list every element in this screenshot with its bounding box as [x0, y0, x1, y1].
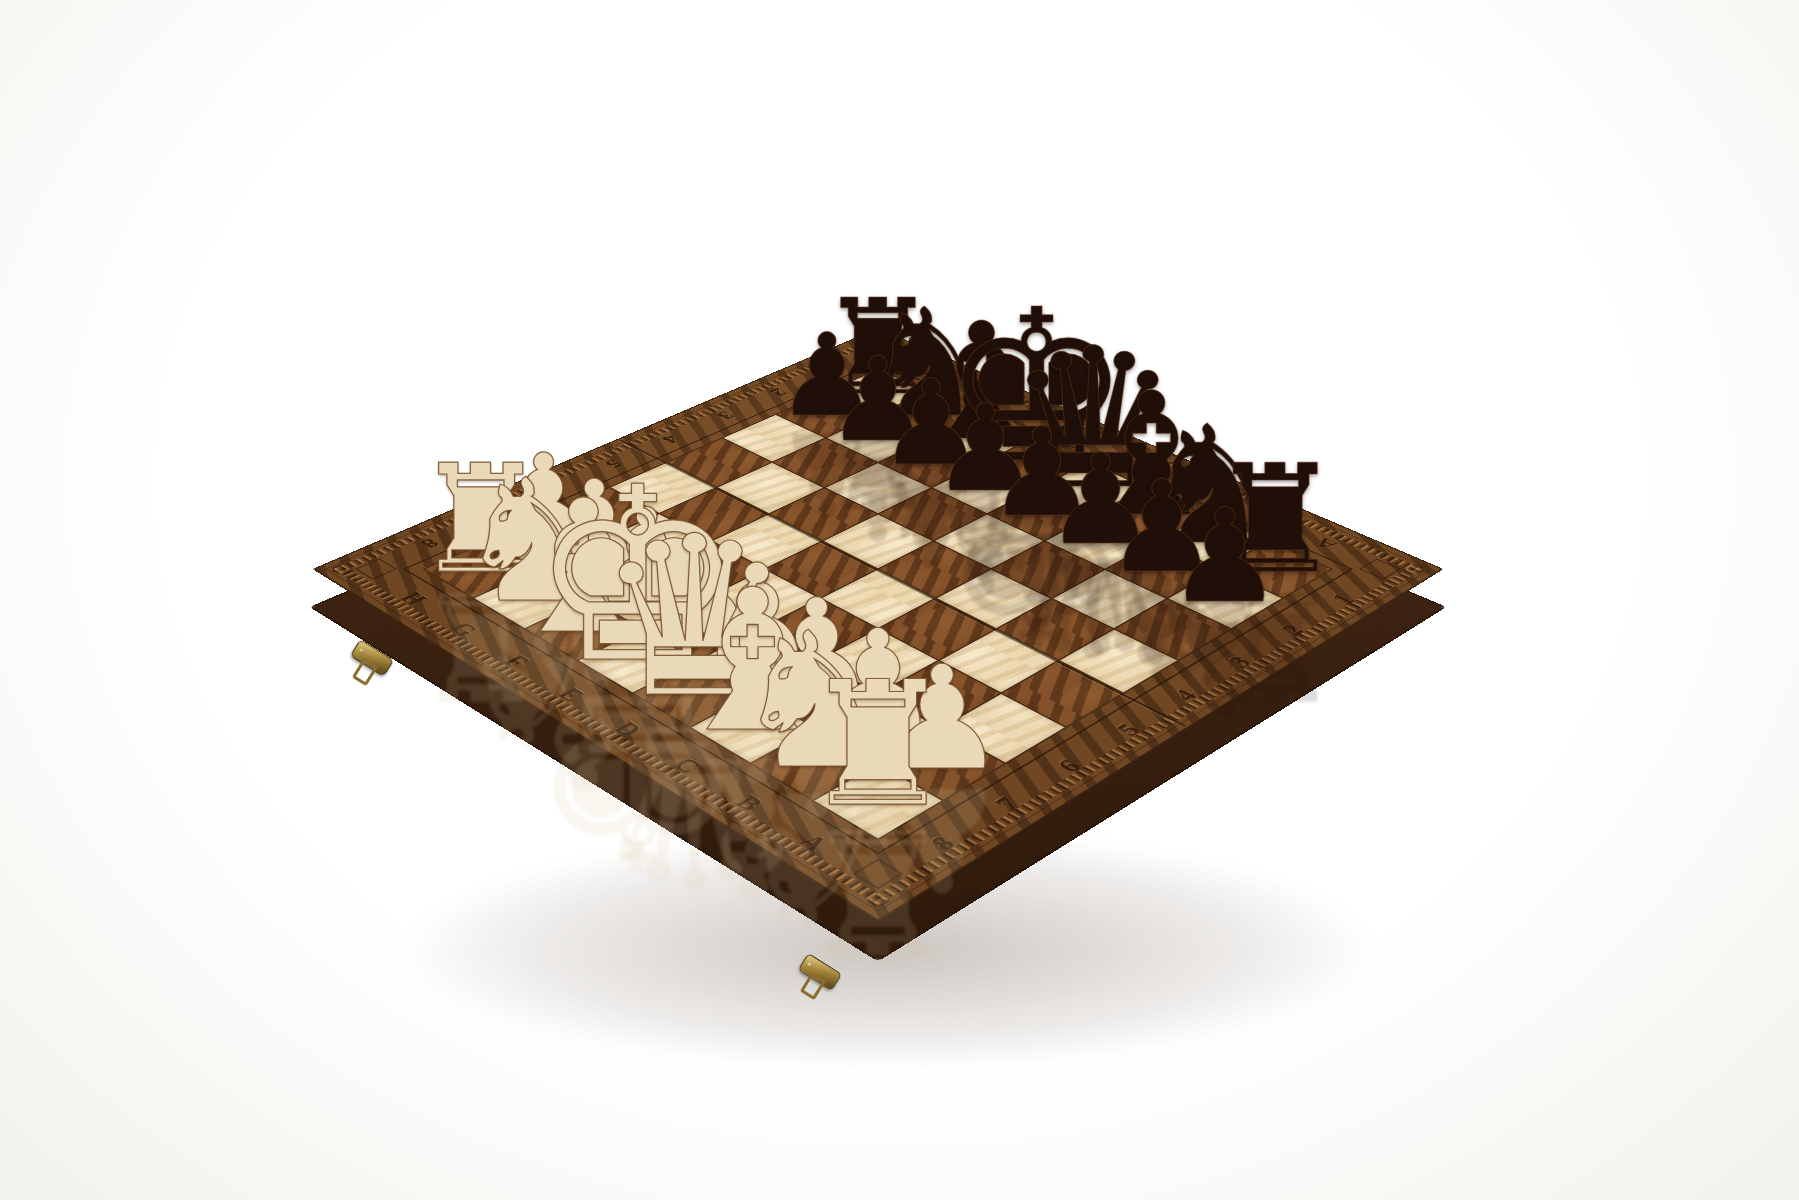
pieces-layer: ♜♜♞♞♝♝♛♛♚♚♝♝♞♞♜♜♟♟♟♟♟♟♟♟♟♟♟♟♟♟♟♟♟♟♟♟♟♟♟♟… — [0, 0, 1799, 1200]
chess-set-photo-scene: 11HH22GG33FF44EE55DD66CC77BB88AA ♜♜♞♞♝♝♛… — [0, 0, 1799, 1200]
dark-pawn[interactable]: ♟ — [1167, 492, 1283, 622]
light-rook[interactable]: ♜ — [801, 659, 955, 831]
